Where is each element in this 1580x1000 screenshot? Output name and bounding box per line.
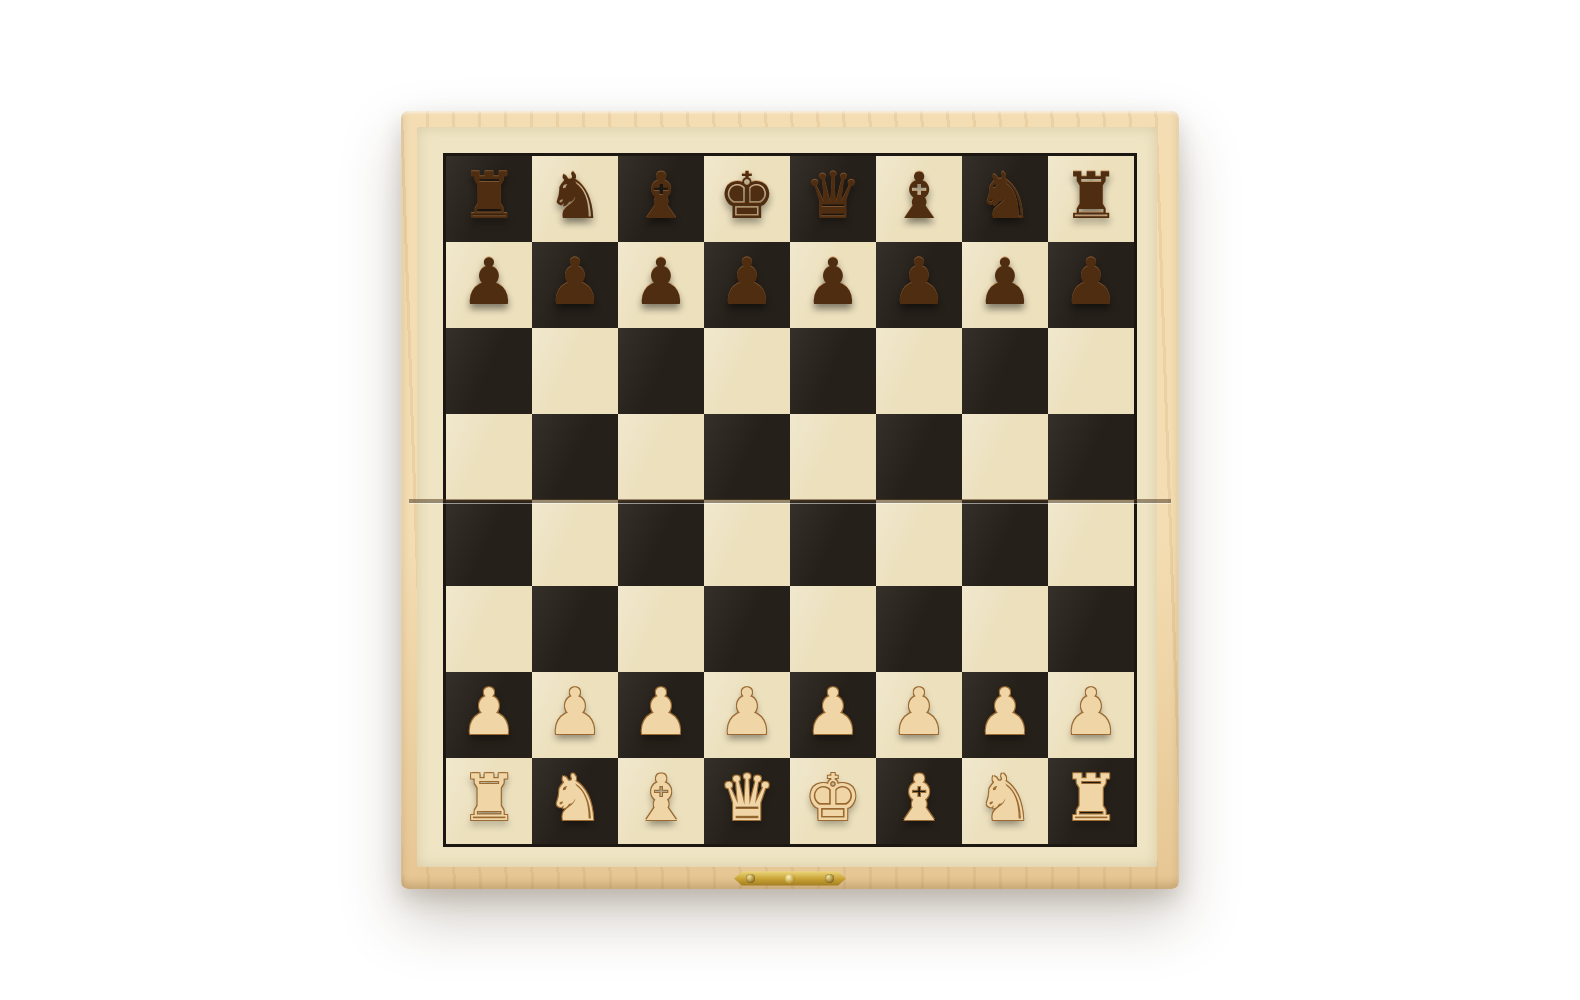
black-pawn[interactable]: ♟: [804, 250, 861, 314]
white-pawn[interactable]: ♟: [718, 680, 775, 744]
square-f1[interactable]: ♝: [876, 758, 962, 844]
square-b4[interactable]: [532, 500, 618, 586]
square-d8[interactable]: ♚: [704, 156, 790, 242]
square-f5[interactable]: [876, 414, 962, 500]
brass-clasp: [734, 871, 846, 886]
white-king[interactable]: ♚: [804, 766, 861, 830]
square-a8[interactable]: ♜: [446, 156, 532, 242]
square-g1[interactable]: ♞: [962, 758, 1048, 844]
chess-board: ♜♞♝♚♛♝♞♜♟♟♟♟♟♟♟♟♟♟♟♟♟♟♟♟♜♞♝♛♚♝♞♜: [443, 153, 1137, 847]
square-g8[interactable]: ♞: [962, 156, 1048, 242]
clasp-pin-icon: [785, 874, 795, 884]
square-a2[interactable]: ♟: [446, 672, 532, 758]
square-b2[interactable]: ♟: [532, 672, 618, 758]
clasp-screw-right-icon: [825, 874, 834, 883]
square-f7[interactable]: ♟: [876, 242, 962, 328]
white-pawn[interactable]: ♟: [890, 680, 947, 744]
black-pawn[interactable]: ♟: [632, 250, 689, 314]
square-f4[interactable]: [876, 500, 962, 586]
square-c7[interactable]: ♟: [618, 242, 704, 328]
square-d4[interactable]: [704, 500, 790, 586]
white-bishop[interactable]: ♝: [632, 766, 689, 830]
chess-set-box: ♜♞♝♚♛♝♞♜♟♟♟♟♟♟♟♟♟♟♟♟♟♟♟♟♜♞♝♛♚♝♞♜: [401, 111, 1179, 889]
black-pawn[interactable]: ♟: [1062, 250, 1119, 314]
square-g6[interactable]: [962, 328, 1048, 414]
white-pawn[interactable]: ♟: [1062, 680, 1119, 744]
black-pawn[interactable]: ♟: [890, 250, 947, 314]
white-knight[interactable]: ♞: [546, 766, 603, 830]
square-g7[interactable]: ♟: [962, 242, 1048, 328]
black-pawn[interactable]: ♟: [546, 250, 603, 314]
square-g5[interactable]: [962, 414, 1048, 500]
square-g4[interactable]: [962, 500, 1048, 586]
square-c6[interactable]: [618, 328, 704, 414]
square-d1[interactable]: ♛: [704, 758, 790, 844]
square-f6[interactable]: [876, 328, 962, 414]
square-e6[interactable]: [790, 328, 876, 414]
black-pawn[interactable]: ♟: [976, 250, 1033, 314]
square-h7[interactable]: ♟: [1048, 242, 1134, 328]
square-e5[interactable]: [790, 414, 876, 500]
square-h6[interactable]: [1048, 328, 1134, 414]
square-c8[interactable]: ♝: [618, 156, 704, 242]
square-h8[interactable]: ♜: [1048, 156, 1134, 242]
square-h3[interactable]: [1048, 586, 1134, 672]
square-f2[interactable]: ♟: [876, 672, 962, 758]
black-knight[interactable]: ♞: [546, 164, 603, 228]
square-c4[interactable]: [618, 500, 704, 586]
square-d6[interactable]: [704, 328, 790, 414]
square-e1[interactable]: ♚: [790, 758, 876, 844]
square-d2[interactable]: ♟: [704, 672, 790, 758]
square-h4[interactable]: [1048, 500, 1134, 586]
white-pawn[interactable]: ♟: [976, 680, 1033, 744]
square-b8[interactable]: ♞: [532, 156, 618, 242]
white-rook[interactable]: ♜: [460, 766, 517, 830]
square-e8[interactable]: ♛: [790, 156, 876, 242]
black-king[interactable]: ♚: [718, 164, 775, 228]
black-bishop[interactable]: ♝: [632, 164, 689, 228]
square-e7[interactable]: ♟: [790, 242, 876, 328]
square-b6[interactable]: [532, 328, 618, 414]
white-pawn[interactable]: ♟: [546, 680, 603, 744]
black-bishop[interactable]: ♝: [890, 164, 947, 228]
square-e4[interactable]: [790, 500, 876, 586]
scene: ♜♞♝♚♛♝♞♜♟♟♟♟♟♟♟♟♟♟♟♟♟♟♟♟♜♞♝♛♚♝♞♜: [0, 0, 1580, 1000]
square-f8[interactable]: ♝: [876, 156, 962, 242]
white-rook[interactable]: ♜: [1062, 766, 1119, 830]
square-a5[interactable]: [446, 414, 532, 500]
board-border: ♜♞♝♚♛♝♞♜♟♟♟♟♟♟♟♟♟♟♟♟♟♟♟♟♜♞♝♛♚♝♞♜: [417, 127, 1157, 867]
square-a4[interactable]: [446, 500, 532, 586]
square-a6[interactable]: [446, 328, 532, 414]
square-c1[interactable]: ♝: [618, 758, 704, 844]
square-d7[interactable]: ♟: [704, 242, 790, 328]
square-b3[interactable]: [532, 586, 618, 672]
square-d3[interactable]: [704, 586, 790, 672]
square-f3[interactable]: [876, 586, 962, 672]
black-knight[interactable]: ♞: [976, 164, 1033, 228]
square-a1[interactable]: ♜: [446, 758, 532, 844]
black-pawn[interactable]: ♟: [718, 250, 775, 314]
white-knight[interactable]: ♞: [976, 766, 1033, 830]
square-a3[interactable]: [446, 586, 532, 672]
black-queen[interactable]: ♛: [804, 164, 861, 228]
square-g2[interactable]: ♟: [962, 672, 1048, 758]
square-d5[interactable]: [704, 414, 790, 500]
square-g3[interactable]: [962, 586, 1048, 672]
square-c3[interactable]: [618, 586, 704, 672]
square-e2[interactable]: ♟: [790, 672, 876, 758]
white-pawn[interactable]: ♟: [460, 680, 517, 744]
clasp-screw-left-icon: [746, 874, 755, 883]
black-rook[interactable]: ♜: [1062, 164, 1119, 228]
square-e3[interactable]: [790, 586, 876, 672]
white-pawn[interactable]: ♟: [632, 680, 689, 744]
white-pawn[interactable]: ♟: [804, 680, 861, 744]
square-h1[interactable]: ♜: [1048, 758, 1134, 844]
square-a7[interactable]: ♟: [446, 242, 532, 328]
square-c2[interactable]: ♟: [618, 672, 704, 758]
white-bishop[interactable]: ♝: [890, 766, 947, 830]
square-b5[interactable]: [532, 414, 618, 500]
square-b7[interactable]: ♟: [532, 242, 618, 328]
square-c5[interactable]: [618, 414, 704, 500]
black-rook[interactable]: ♜: [460, 164, 517, 228]
black-pawn[interactable]: ♟: [460, 250, 517, 314]
square-h5[interactable]: [1048, 414, 1134, 500]
square-b1[interactable]: ♞: [532, 758, 618, 844]
square-h2[interactable]: ♟: [1048, 672, 1134, 758]
white-queen[interactable]: ♛: [718, 766, 775, 830]
